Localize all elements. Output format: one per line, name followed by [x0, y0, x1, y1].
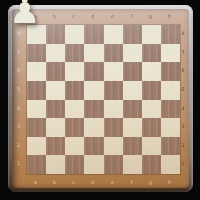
rank-label-left-3: 3	[14, 119, 23, 134]
square-a2[interactable]	[27, 137, 46, 156]
rank-label-left-5: 5	[14, 82, 23, 97]
square-e1[interactable]	[104, 155, 123, 174]
board-frame: abcdefgh abcdefgh 87654321 87654321	[12, 9, 189, 188]
file-label-bottom-d: d	[85, 177, 100, 186]
square-b5[interactable]	[46, 81, 65, 100]
rank-label-right-7: 7	[179, 44, 187, 59]
square-f4[interactable]	[123, 100, 142, 119]
file-label-top-d: d	[85, 12, 100, 20]
square-f2[interactable]	[123, 137, 142, 156]
square-a5[interactable]	[27, 81, 46, 100]
square-a1[interactable]	[27, 155, 46, 174]
square-c3[interactable]	[65, 118, 84, 137]
square-c7[interactable]	[65, 44, 84, 63]
file-label-bottom-a: a	[28, 177, 43, 186]
square-a7[interactable]	[27, 44, 46, 63]
square-e4[interactable]	[104, 100, 123, 119]
square-c5[interactable]	[65, 81, 84, 100]
file-label-top-h: h	[162, 12, 177, 20]
square-b1[interactable]	[46, 155, 65, 174]
square-g4[interactable]	[142, 100, 161, 119]
square-g5[interactable]	[142, 81, 161, 100]
square-d7[interactable]	[84, 44, 103, 63]
square-f3[interactable]	[123, 118, 142, 137]
square-d6[interactable]	[84, 62, 103, 81]
file-label-bottom-f: f	[124, 177, 139, 186]
square-e5[interactable]	[104, 81, 123, 100]
square-g1[interactable]	[142, 155, 161, 174]
file-label-top-c: c	[66, 12, 81, 20]
rank-labels-right: 87654321	[178, 24, 188, 173]
file-label-bottom-g: g	[143, 177, 158, 186]
square-f8[interactable]	[123, 25, 142, 44]
rank-label-right-8: 8	[179, 26, 187, 41]
file-labels-bottom: abcdefgh	[26, 176, 179, 187]
file-label-top-b: b	[47, 12, 62, 20]
file-label-bottom-h: h	[162, 177, 177, 186]
file-label-bottom-e: e	[104, 177, 119, 186]
square-d8[interactable]	[84, 25, 103, 44]
square-g3[interactable]	[142, 118, 161, 137]
rank-label-right-1: 1	[179, 156, 187, 171]
chess-board: abcdefgh abcdefgh 87654321 87654321	[8, 5, 193, 192]
rank-label-right-2: 2	[179, 138, 187, 153]
square-b6[interactable]	[46, 62, 65, 81]
rank-label-left-4: 4	[14, 100, 23, 115]
square-d3[interactable]	[84, 118, 103, 137]
file-label-bottom-b: b	[47, 177, 62, 186]
square-a3[interactable]	[27, 118, 46, 137]
square-e7[interactable]	[104, 44, 123, 63]
rank-label-left-6: 6	[14, 63, 23, 78]
square-e6[interactable]	[104, 62, 123, 81]
square-b4[interactable]	[46, 100, 65, 119]
white-pawn[interactable]: ♟	[9, 0, 40, 29]
rank-label-left-7: 7	[14, 44, 23, 59]
rank-label-right-6: 6	[179, 63, 187, 78]
chessboard-photo: abcdefgh abcdefgh 87654321 87654321 ♟	[0, 0, 200, 200]
square-f5[interactable]	[123, 81, 142, 100]
rank-label-right-3: 3	[179, 119, 187, 134]
square-d4[interactable]	[84, 100, 103, 119]
square-d1[interactable]	[84, 155, 103, 174]
square-b7[interactable]	[46, 44, 65, 63]
square-d5[interactable]	[84, 81, 103, 100]
rank-label-left-2: 2	[14, 138, 23, 153]
file-label-top-e: e	[104, 12, 119, 20]
square-c2[interactable]	[65, 137, 84, 156]
file-label-top-f: f	[124, 12, 139, 20]
square-e8[interactable]	[104, 25, 123, 44]
square-f1[interactable]	[123, 155, 142, 174]
file-label-bottom-c: c	[66, 177, 81, 186]
square-e3[interactable]	[104, 118, 123, 137]
board-grid	[26, 24, 181, 175]
square-g8[interactable]	[142, 25, 161, 44]
square-c1[interactable]	[65, 155, 84, 174]
rank-label-right-5: 5	[179, 82, 187, 97]
rank-label-left-1: 1	[14, 156, 23, 171]
square-g2[interactable]	[142, 137, 161, 156]
square-b3[interactable]	[46, 118, 65, 137]
square-f7[interactable]	[123, 44, 142, 63]
rank-labels-left: 87654321	[13, 24, 24, 173]
square-b2[interactable]	[46, 137, 65, 156]
file-label-top-g: g	[143, 12, 158, 20]
square-c6[interactable]	[65, 62, 84, 81]
square-b8[interactable]	[46, 25, 65, 44]
square-a4[interactable]	[27, 100, 46, 119]
square-e2[interactable]	[104, 137, 123, 156]
rank-label-right-4: 4	[179, 100, 187, 115]
square-g7[interactable]	[142, 44, 161, 63]
square-c8[interactable]	[65, 25, 84, 44]
square-g6[interactable]	[142, 62, 161, 81]
square-f6[interactable]	[123, 62, 142, 81]
square-c4[interactable]	[65, 100, 84, 119]
square-d2[interactable]	[84, 137, 103, 156]
file-labels-top: abcdefgh	[26, 11, 179, 21]
square-a6[interactable]	[27, 62, 46, 81]
